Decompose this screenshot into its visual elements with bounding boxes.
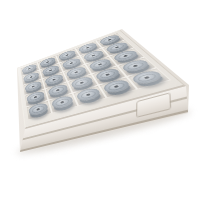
product-photo	[0, 0, 200, 200]
